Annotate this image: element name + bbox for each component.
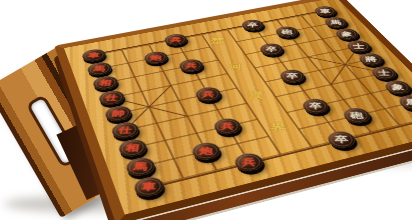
piece-glyph: 馬 bbox=[405, 99, 412, 106]
river-inlay-text: 楚 bbox=[210, 37, 227, 45]
piece-glyph: 馬 bbox=[93, 66, 106, 72]
board-perspective-wrap: 楚河漢界車兵卒車馬炮砲馬相兵卒象仕士帥兵卒將仕士相兵卒象馬炮砲馬車兵卒車 bbox=[54, 0, 412, 220]
piece-glyph: 卒 bbox=[247, 22, 258, 27]
piece-glyph: 兵 bbox=[170, 37, 182, 43]
piece-glyph: 車 bbox=[320, 9, 331, 14]
piece-glyph: 卒 bbox=[286, 73, 298, 79]
river-inlay-text: 漢 bbox=[249, 90, 268, 100]
piece-glyph: 兵 bbox=[185, 62, 197, 68]
river-inlay-text: 界 bbox=[270, 121, 290, 133]
piece-glyph: 仕 bbox=[105, 94, 119, 101]
piece-glyph: 仕 bbox=[118, 126, 133, 134]
piece-glyph: 帥 bbox=[111, 110, 125, 117]
piece-glyph: 車 bbox=[87, 52, 100, 58]
piece-glyph: 砲 bbox=[281, 29, 292, 34]
river-inlay-text: 河 bbox=[227, 62, 245, 71]
piece-glyph: 士 bbox=[353, 43, 365, 49]
piece-glyph: 卒 bbox=[266, 46, 277, 52]
piece-glyph: 炮 bbox=[150, 55, 163, 61]
piece-glyph: 士 bbox=[377, 70, 390, 76]
piece-glyph: 兵 bbox=[221, 122, 234, 130]
xiangqi-board: 楚河漢界車兵卒車馬炮砲馬相兵卒象仕士帥兵卒將仕士相兵卒象馬炮砲馬車兵卒車 bbox=[54, 0, 412, 220]
piece-glyph: 相 bbox=[125, 144, 140, 152]
piece-glyph: 象 bbox=[341, 31, 353, 37]
piece-glyph: 卒 bbox=[334, 135, 348, 143]
piece-glyph: 相 bbox=[99, 80, 113, 87]
piece-glyph: 車 bbox=[141, 182, 157, 191]
piece-glyph: 砲 bbox=[350, 112, 364, 119]
piece-glyph: 象 bbox=[391, 84, 405, 91]
piece-glyph: 馬 bbox=[133, 162, 148, 171]
piece-glyph: 兵 bbox=[202, 91, 215, 98]
piece-glyph: 卒 bbox=[309, 102, 322, 109]
scene: 楚河漢界車兵卒車馬炮砲馬相兵卒象仕士帥兵卒將仕士相兵卒象馬炮砲馬車兵卒車 bbox=[0, 0, 412, 220]
piece-glyph: 炮 bbox=[199, 147, 213, 155]
piece-glyph: 將 bbox=[365, 56, 378, 62]
piece-glyph: 兵 bbox=[242, 158, 256, 167]
piece-glyph: 馬 bbox=[330, 20, 342, 25]
